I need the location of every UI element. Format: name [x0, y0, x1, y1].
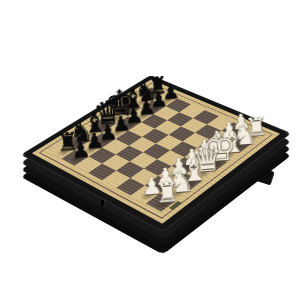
piece-shadow: [203, 142, 223, 154]
chess-set-photo: ♜♞♝♛♚♝♞♜♟♟♟♟♟♟♟♟♟♟♟♟♟♟♟♟♜♞♝♛♚♝♞♜: [0, 0, 300, 300]
board-assembly: ♜♞♝♛♚♝♞♜♟♟♟♟♟♟♟♟♟♟♟♟♟♟♟♟♜♞♝♛♚♝♞♜: [21, 75, 292, 233]
piece-shadow: [179, 177, 200, 190]
square-g5[interactable]: [167, 112, 193, 126]
case-top-rim: ♜♞♝♛♚♝♞♜♟♟♟♟♟♟♟♟♟♟♟♟♟♟♟♟♜♞♝♛♚♝♞♜: [21, 75, 292, 233]
piece-shadow: [205, 158, 225, 171]
square-h2[interactable]: ♟: [222, 122, 248, 137]
